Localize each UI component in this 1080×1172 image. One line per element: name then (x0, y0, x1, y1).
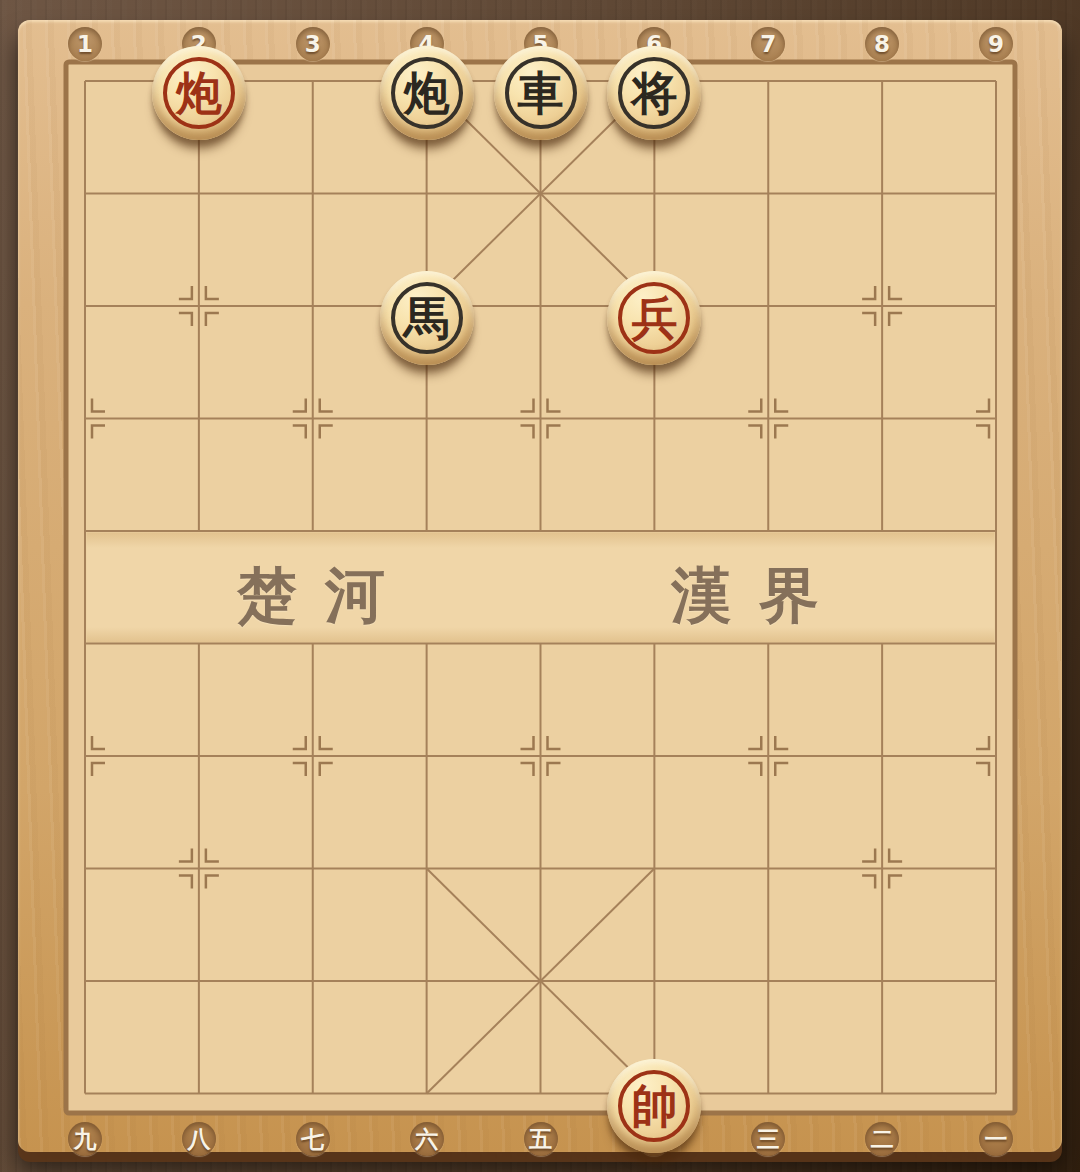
piece-black-chariot[interactable]: 車 (494, 46, 588, 140)
piece-red-cannon[interactable]: 炮 (152, 46, 246, 140)
xiangqi-board-app: { "game": "Xiangqi (Chinese Chess)", "po… (0, 0, 1080, 1172)
piece-black-cannon[interactable]: 炮 (380, 46, 474, 140)
bottom-coord-label: 二 (865, 1122, 899, 1156)
top-coord-label: 8 (865, 27, 899, 61)
bottom-coord-label: 七 (296, 1122, 330, 1156)
piece-red-general[interactable]: 帥 (607, 1059, 701, 1153)
piece-glyph: 帥 (607, 1059, 701, 1153)
bottom-coord-label: 五 (524, 1122, 558, 1156)
top-coord-label: 3 (296, 27, 330, 61)
bottom-coord-label: 三 (751, 1122, 785, 1156)
piece-glyph: 炮 (380, 46, 474, 140)
bottom-coord-label: 九 (68, 1122, 102, 1156)
piece-black-horse[interactable]: 馬 (380, 271, 474, 365)
bottom-coord-label: 六 (410, 1122, 444, 1156)
piece-black-general[interactable]: 将 (607, 46, 701, 140)
piece-glyph: 兵 (607, 271, 701, 365)
piece-red-soldier[interactable]: 兵 (607, 271, 701, 365)
top-coord-label: 7 (751, 27, 785, 61)
piece-glyph: 炮 (152, 46, 246, 140)
river-label-han-jie: 漢界 (657, 556, 847, 637)
top-coord-label: 9 (979, 27, 1013, 61)
bottom-coord-label: 八 (182, 1122, 216, 1156)
top-coord-label: 1 (68, 27, 102, 61)
piece-glyph: 車 (494, 46, 588, 140)
piece-glyph: 将 (607, 46, 701, 140)
board-grid[interactable] (0, 0, 1080, 1172)
river-label-chu-he: 楚河 (223, 556, 413, 637)
bottom-coord-label: 一 (979, 1122, 1013, 1156)
piece-glyph: 馬 (380, 271, 474, 365)
